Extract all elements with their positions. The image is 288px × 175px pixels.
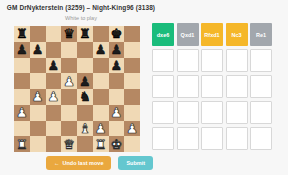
undo-last-move-button[interactable]: ← Undo last move: [46, 156, 111, 170]
guess-move-dxe6-correct: dxe6: [152, 23, 174, 46]
piece-white-pawn[interactable]: ♟: [32, 90, 44, 103]
guess-move-Nc3-present: Nc3: [226, 23, 248, 46]
square-h2[interactable]: ♟: [124, 121, 140, 137]
square-g1[interactable]: ♚: [109, 136, 125, 152]
square-g2[interactable]: [109, 121, 125, 137]
square-h3[interactable]: [124, 105, 140, 121]
chess-board: ♜♛♜♚♟♟♟♟♟♟♟♟♟♟♞♟♟♝♟♟♜♛♜♚: [14, 26, 140, 152]
square-g6[interactable]: ♟: [109, 58, 125, 74]
piece-black-pawn[interactable]: ♟: [95, 43, 107, 56]
square-e6[interactable]: [77, 58, 93, 74]
square-b6[interactable]: [30, 58, 46, 74]
square-e1[interactable]: [77, 136, 93, 152]
guess-cell-empty[interactable]: [152, 101, 174, 124]
piece-black-pawn[interactable]: ♟: [16, 43, 28, 56]
guess-cell-empty[interactable]: [201, 49, 223, 72]
square-c8[interactable]: [46, 26, 62, 42]
piece-white-pawn[interactable]: ♟: [95, 121, 107, 134]
guess-cell-empty[interactable]: [250, 49, 272, 72]
piece-black-queen[interactable]: ♛: [63, 27, 75, 40]
square-b3[interactable]: [30, 105, 46, 121]
square-c3[interactable]: [46, 105, 62, 121]
square-b4[interactable]: ♟: [30, 89, 46, 105]
square-a7[interactable]: ♟: [14, 42, 30, 58]
square-f3[interactable]: [93, 105, 109, 121]
piece-white-pawn[interactable]: ♟: [48, 90, 60, 103]
submit-button[interactable]: Submit: [118, 156, 153, 170]
piece-white-queen[interactable]: ♛: [63, 137, 75, 150]
turn-indicator: White to play: [0, 15, 162, 21]
square-a6[interactable]: [14, 58, 30, 74]
page-title: GM DrNykterstein (3259) – Night-King96 (…: [0, 4, 162, 11]
guess-cell-empty[interactable]: [152, 49, 174, 72]
piece-black-rook[interactable]: ♜: [79, 27, 91, 40]
square-d4[interactable]: [61, 89, 77, 105]
guess-move-Qxd1-absent: Qxd1: [177, 23, 199, 46]
square-a4[interactable]: [14, 89, 30, 105]
square-a5[interactable]: [14, 73, 30, 89]
square-g4[interactable]: [109, 89, 125, 105]
guess-cell-empty[interactable]: [226, 49, 248, 72]
square-e3[interactable]: [77, 105, 93, 121]
guess-move-Rfxd1-present: Rfxd1: [201, 23, 223, 46]
square-h7[interactable]: [124, 42, 140, 58]
piece-white-rook[interactable]: ♜: [16, 137, 28, 150]
square-b7[interactable]: ♟: [30, 42, 46, 58]
piece-white-pawn[interactable]: ♟: [126, 121, 138, 134]
guess-cell-empty[interactable]: [226, 101, 248, 124]
undo-arrow-icon: ←: [54, 160, 60, 166]
square-c7[interactable]: [46, 42, 62, 58]
piece-white-bishop[interactable]: ♝: [79, 121, 91, 134]
square-a2[interactable]: [14, 121, 30, 137]
square-g7[interactable]: ♟: [109, 42, 125, 58]
square-e5[interactable]: ♟: [77, 73, 93, 89]
piece-black-knight[interactable]: ♞: [79, 90, 91, 103]
square-a8[interactable]: ♜: [14, 26, 30, 42]
guess-cell-empty[interactable]: [226, 127, 248, 150]
guess-cell-empty[interactable]: [177, 75, 199, 98]
guess-cell-empty[interactable]: [250, 101, 272, 124]
piece-black-pawn[interactable]: ♟: [48, 58, 60, 71]
guess-move-Re1-absent: Re1: [250, 23, 272, 46]
square-h5[interactable]: [124, 73, 140, 89]
guess-cell-empty[interactable]: [201, 127, 223, 150]
piece-white-pawn[interactable]: ♟: [63, 74, 75, 87]
piece-black-pawn[interactable]: ♟: [79, 74, 91, 87]
square-h6[interactable]: [124, 58, 140, 74]
square-f6[interactable]: [93, 58, 109, 74]
square-d2[interactable]: [61, 121, 77, 137]
square-d8[interactable]: ♛: [61, 26, 77, 42]
square-g8[interactable]: ♚: [109, 26, 125, 42]
square-f1[interactable]: ♜: [93, 136, 109, 152]
guess-cell-empty[interactable]: [177, 101, 199, 124]
square-h4[interactable]: [124, 89, 140, 105]
square-e2[interactable]: ♝: [77, 121, 93, 137]
guess-cell-empty[interactable]: [177, 49, 199, 72]
square-e7[interactable]: [77, 42, 93, 58]
square-f7[interactable]: ♟: [93, 42, 109, 58]
piece-black-king[interactable]: ♚: [111, 27, 123, 40]
square-d5[interactable]: ♟: [61, 73, 77, 89]
piece-black-pawn[interactable]: ♟: [32, 43, 44, 56]
square-c6[interactable]: ♟: [46, 58, 62, 74]
square-b8[interactable]: [30, 26, 46, 42]
square-g5[interactable]: [109, 73, 125, 89]
square-h1[interactable]: [124, 136, 140, 152]
square-b5[interactable]: [30, 73, 46, 89]
piece-white-pawn[interactable]: ♟: [111, 106, 123, 119]
guess-cell-empty[interactable]: [152, 127, 174, 150]
square-f4[interactable]: [93, 89, 109, 105]
guess-cell-empty[interactable]: [177, 127, 199, 150]
guess-cell-empty[interactable]: [250, 127, 272, 150]
piece-white-rook[interactable]: ♜: [95, 137, 107, 150]
guess-cell-empty[interactable]: [152, 75, 174, 98]
square-c4[interactable]: ♟: [46, 89, 62, 105]
square-c1[interactable]: [46, 136, 62, 152]
guess-cell-empty[interactable]: [250, 75, 272, 98]
piece-black-rook[interactable]: ♜: [16, 27, 28, 40]
square-e4[interactable]: ♞: [77, 89, 93, 105]
square-b1[interactable]: [30, 136, 46, 152]
square-d7[interactable]: [61, 42, 77, 58]
guess-cell-empty[interactable]: [201, 101, 223, 124]
undo-button-label: Undo last move: [63, 160, 104, 166]
square-c2[interactable]: [46, 121, 62, 137]
square-d1[interactable]: ♛: [61, 136, 77, 152]
square-f2[interactable]: ♟: [93, 121, 109, 137]
square-f5[interactable]: [93, 73, 109, 89]
square-e8[interactable]: ♜: [77, 26, 93, 42]
piece-white-king[interactable]: ♚: [111, 137, 123, 150]
square-h8[interactable]: [124, 26, 140, 42]
square-a1[interactable]: ♜: [14, 136, 30, 152]
square-d3[interactable]: [61, 105, 77, 121]
square-a3[interactable]: ♟: [14, 105, 30, 121]
square-f8[interactable]: [93, 26, 109, 42]
square-b2[interactable]: [30, 121, 46, 137]
piece-black-pawn[interactable]: ♟: [111, 43, 123, 56]
guess-cell-empty[interactable]: [226, 75, 248, 98]
guess-grid: dxe6Qxd1Rfxd1Nc3Re1: [152, 23, 272, 150]
action-buttons: ← Undo last move Submit: [46, 156, 153, 170]
piece-black-pawn[interactable]: ♟: [111, 58, 123, 71]
square-c5[interactable]: [46, 73, 62, 89]
square-g3[interactable]: ♟: [109, 105, 125, 121]
square-d6[interactable]: [61, 58, 77, 74]
piece-white-pawn[interactable]: ♟: [16, 106, 28, 119]
guess-cell-empty[interactable]: [201, 75, 223, 98]
